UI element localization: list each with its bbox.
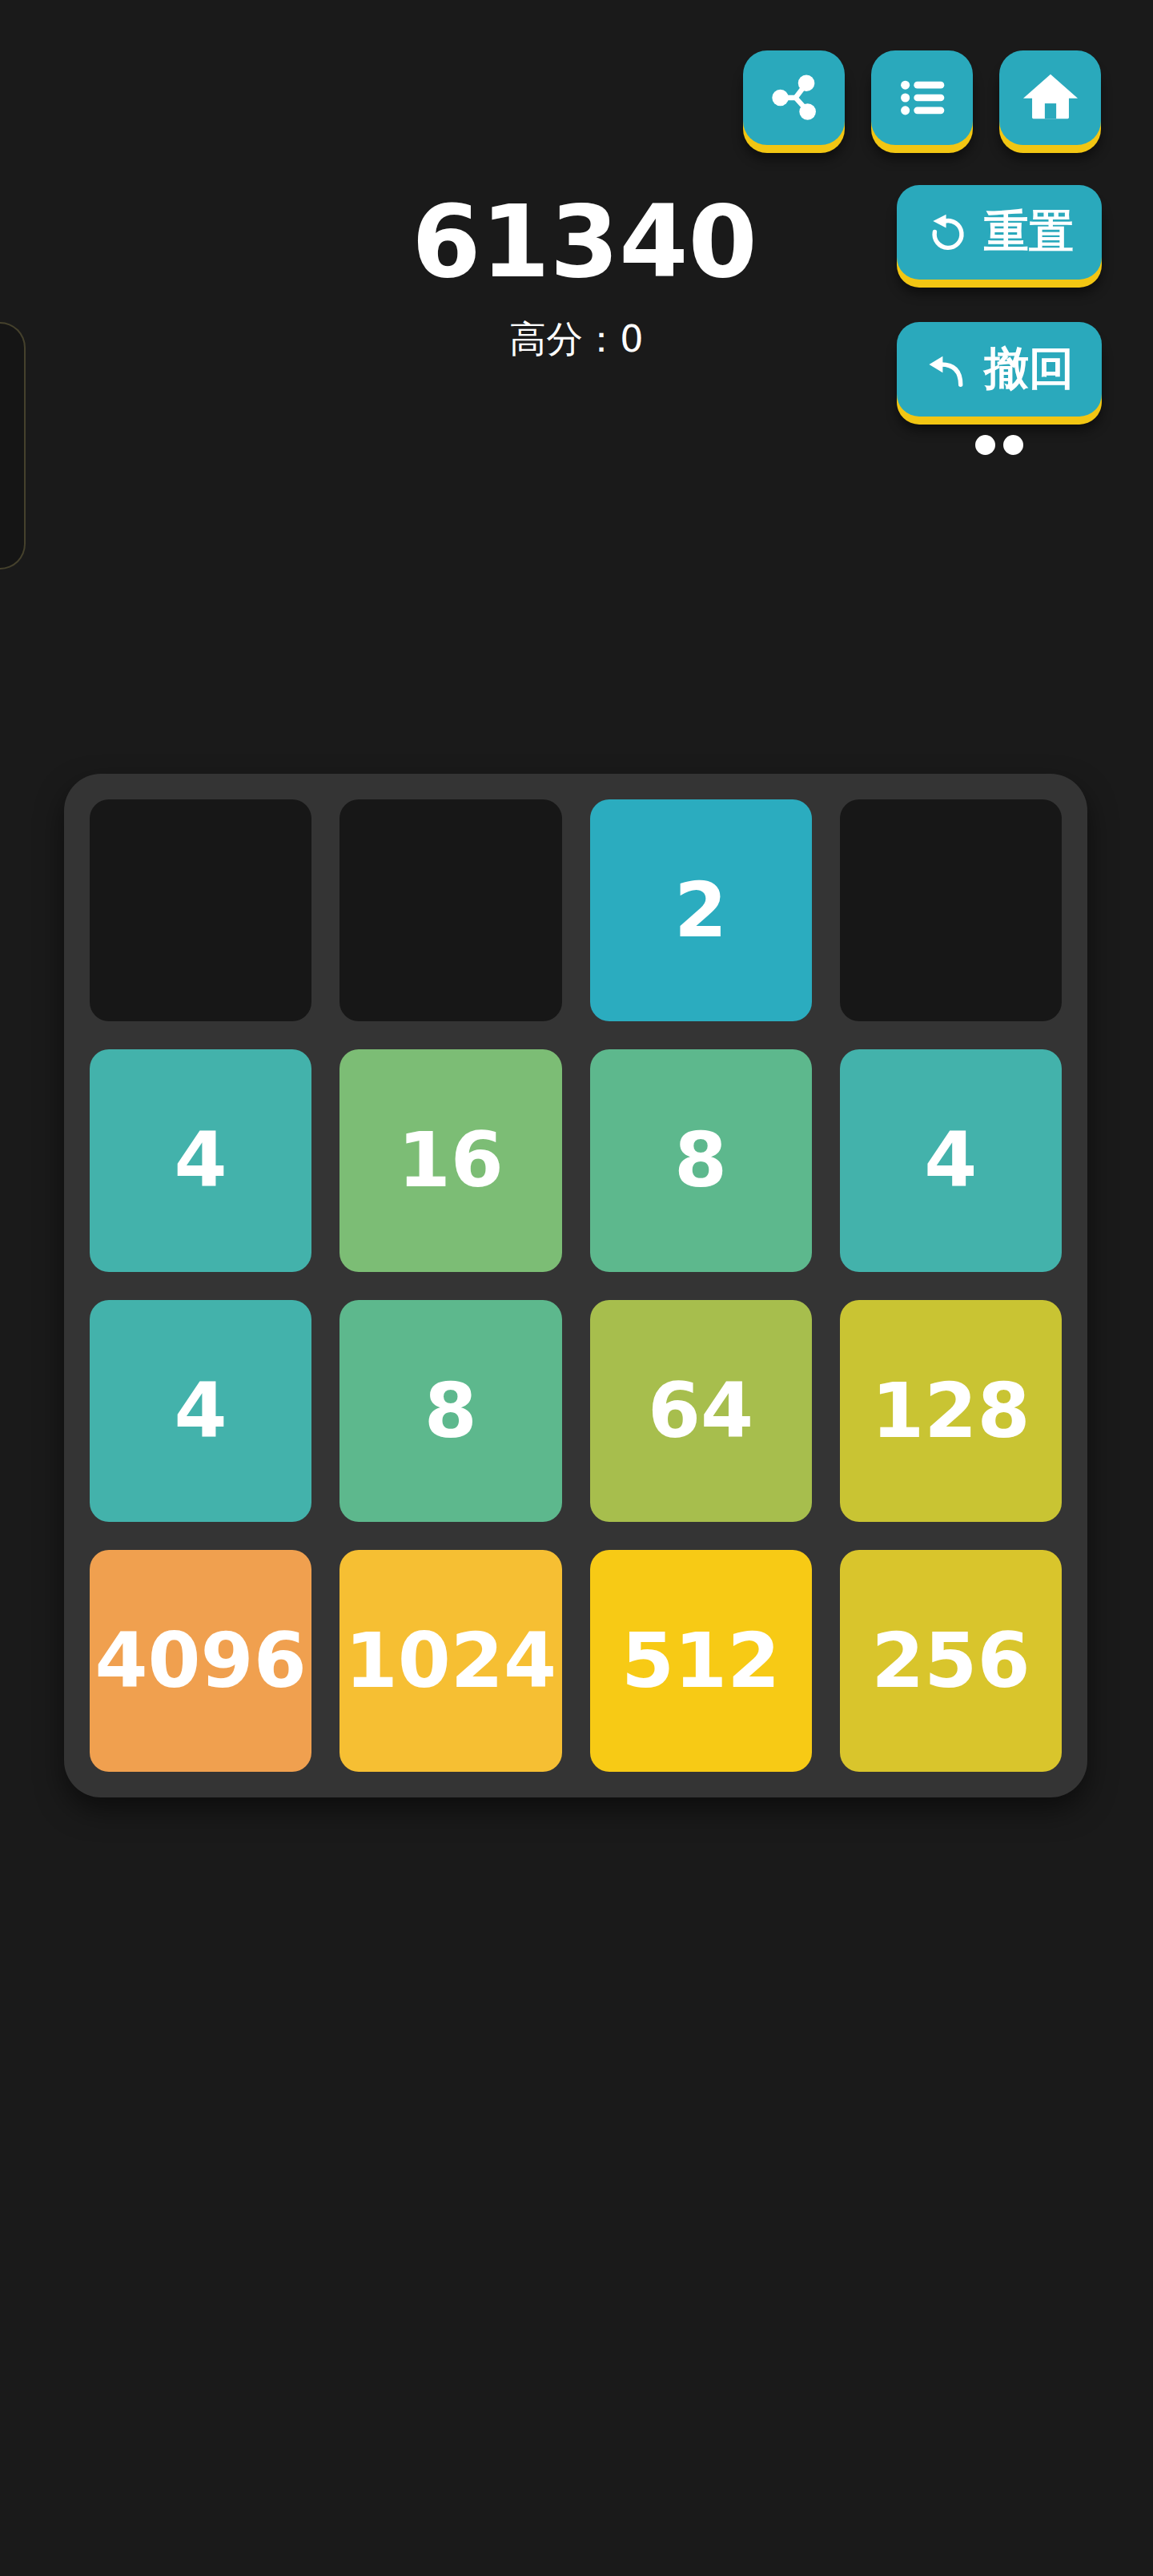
tile-1024: 1024 [339,1550,561,1772]
reset-label: 重置 [984,202,1074,263]
game-board[interactable]: 241684486412840961024512256 [64,774,1087,1797]
undo-arrow-icon [925,346,971,392]
share-button[interactable] [743,50,845,145]
game-screen: 61340 高分：0 重置 撤回 24168448641284096102451… [0,0,1153,2576]
undo-button[interactable]: 撤回 [897,322,1102,417]
tile-512: 512 [590,1550,812,1772]
tile-2: 2 [590,799,812,1021]
tile-4096: 4096 [90,1550,311,1772]
list-icon [892,67,953,128]
tile-4: 4 [90,1049,311,1271]
tile-128: 128 [840,1300,1062,1522]
tile-256: 256 [840,1550,1062,1772]
score-value: 61340 [300,192,869,292]
empty-cell [840,799,1062,1021]
page-dot [1003,435,1023,455]
page-indicator [897,435,1102,455]
tile-8: 8 [339,1300,561,1522]
tile-64: 64 [590,1300,812,1522]
empty-cell [339,799,561,1021]
tile-4: 4 [840,1049,1062,1271]
undo-label: 撤回 [984,339,1074,400]
share-nodes-icon [764,67,825,128]
home-icon [1020,67,1081,128]
tile-16: 16 [339,1049,561,1271]
tile-4: 4 [90,1300,311,1522]
list-button[interactable] [871,50,973,145]
home-button[interactable] [999,50,1101,145]
rotate-ccw-icon [925,209,971,256]
reset-button[interactable]: 重置 [897,185,1102,280]
page-dot [975,435,995,455]
tile-8: 8 [590,1049,812,1271]
empty-cell [90,799,311,1021]
